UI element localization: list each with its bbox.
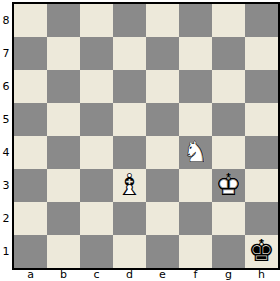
square-d3[interactable]: ♝♗ (113, 169, 146, 202)
rank-labels: 87654321 (0, 4, 12, 268)
file-label-f: f (179, 269, 212, 281)
chess-board: ♞♘♝♗♚♔♚ (12, 2, 280, 270)
square-h3[interactable] (245, 169, 278, 202)
square-f2[interactable] (179, 202, 212, 235)
square-h1[interactable]: ♚ (245, 235, 278, 268)
square-f8[interactable] (179, 4, 212, 37)
square-b4[interactable] (47, 136, 80, 169)
square-a4[interactable] (14, 136, 47, 169)
square-c7[interactable] (80, 37, 113, 70)
file-labels: abcdefgh (14, 269, 278, 281)
rank-label-3: 3 (0, 169, 12, 202)
square-h5[interactable] (245, 103, 278, 136)
square-f5[interactable] (179, 103, 212, 136)
square-c5[interactable] (80, 103, 113, 136)
file-label-h: h (245, 269, 278, 281)
square-e5[interactable] (146, 103, 179, 136)
square-g8[interactable] (212, 4, 245, 37)
square-h8[interactable] (245, 4, 278, 37)
square-g2[interactable] (212, 202, 245, 235)
file-label-d: d (113, 269, 146, 281)
black-king-h1[interactable]: ♚ (245, 235, 278, 268)
piece-outline-glyph: ♔ (215, 170, 242, 200)
piece-outline-glyph: ♘ (182, 137, 209, 167)
square-b5[interactable] (47, 103, 80, 136)
file-label-a: a (14, 269, 47, 281)
rank-label-1: 1 (0, 235, 12, 268)
file-label-e: e (146, 269, 179, 281)
square-g7[interactable] (212, 37, 245, 70)
rank-label-6: 6 (0, 70, 12, 103)
rank-label-8: 8 (0, 4, 12, 37)
rank-label-7: 7 (0, 37, 12, 70)
square-c1[interactable] (80, 235, 113, 268)
square-h7[interactable] (245, 37, 278, 70)
square-e7[interactable] (146, 37, 179, 70)
square-d4[interactable] (113, 136, 146, 169)
white-bishop-d3[interactable]: ♝♗ (113, 169, 146, 202)
square-e3[interactable] (146, 169, 179, 202)
square-h4[interactable] (245, 136, 278, 169)
square-c3[interactable] (80, 169, 113, 202)
square-e6[interactable] (146, 70, 179, 103)
rank-label-2: 2 (0, 202, 12, 235)
square-c2[interactable] (80, 202, 113, 235)
square-d1[interactable] (113, 235, 146, 268)
square-d2[interactable] (113, 202, 146, 235)
square-g1[interactable] (212, 235, 245, 268)
square-e4[interactable] (146, 136, 179, 169)
square-a8[interactable] (14, 4, 47, 37)
square-d8[interactable] (113, 4, 146, 37)
square-d7[interactable] (113, 37, 146, 70)
square-d6[interactable] (113, 70, 146, 103)
rank-label-5: 5 (0, 103, 12, 136)
square-b6[interactable] (47, 70, 80, 103)
piece-glyph: ♚ (248, 236, 275, 266)
square-f1[interactable] (179, 235, 212, 268)
square-a1[interactable] (14, 235, 47, 268)
square-g5[interactable] (212, 103, 245, 136)
square-b2[interactable] (47, 202, 80, 235)
square-g3[interactable]: ♚♔ (212, 169, 245, 202)
white-knight-f4[interactable]: ♞♘ (179, 136, 212, 169)
square-c6[interactable] (80, 70, 113, 103)
square-e2[interactable] (146, 202, 179, 235)
square-c4[interactable] (80, 136, 113, 169)
square-b8[interactable] (47, 4, 80, 37)
square-e1[interactable] (146, 235, 179, 268)
file-label-b: b (47, 269, 80, 281)
square-b1[interactable] (47, 235, 80, 268)
square-f3[interactable] (179, 169, 212, 202)
square-f6[interactable] (179, 70, 212, 103)
square-c8[interactable] (80, 4, 113, 37)
square-a3[interactable] (14, 169, 47, 202)
square-h2[interactable] (245, 202, 278, 235)
file-label-g: g (212, 269, 245, 281)
chess-board-diagram: 87654321 ♞♘♝♗♚♔♚ abcdefgh (0, 0, 280, 281)
square-b3[interactable] (47, 169, 80, 202)
file-label-c: c (80, 269, 113, 281)
square-b7[interactable] (47, 37, 80, 70)
white-king-g3[interactable]: ♚♔ (212, 169, 245, 202)
square-g4[interactable] (212, 136, 245, 169)
square-f4[interactable]: ♞♘ (179, 136, 212, 169)
square-f7[interactable] (179, 37, 212, 70)
square-g6[interactable] (212, 70, 245, 103)
square-a5[interactable] (14, 103, 47, 136)
square-h6[interactable] (245, 70, 278, 103)
square-d5[interactable] (113, 103, 146, 136)
square-a7[interactable] (14, 37, 47, 70)
square-a6[interactable] (14, 70, 47, 103)
rank-label-4: 4 (0, 136, 12, 169)
square-e8[interactable] (146, 4, 179, 37)
piece-outline-glyph: ♗ (116, 170, 143, 200)
square-a2[interactable] (14, 202, 47, 235)
